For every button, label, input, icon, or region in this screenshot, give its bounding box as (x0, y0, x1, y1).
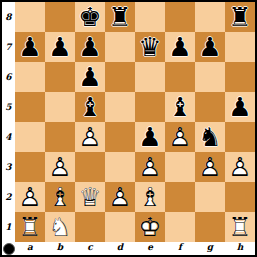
piece-glyph: ♙︎ (195, 154, 225, 180)
square-g3[interactable]: ♟︎♙︎ (195, 152, 225, 182)
piece-glyph: ♜︎ (225, 4, 255, 30)
piece-fill: ♚︎ (135, 214, 165, 240)
piece-glyph: ♙︎ (45, 154, 75, 180)
piece-white-queen[interactable]: ♛︎♕︎ (75, 182, 105, 212)
square-e6[interactable] (135, 62, 165, 92)
square-b2[interactable]: ♝︎♗︎ (45, 182, 75, 212)
piece-black-pawn[interactable]: ♟︎ (75, 32, 105, 62)
square-h5[interactable]: ♟︎ (225, 92, 255, 122)
piece-black-pawn[interactable]: ♟︎ (195, 32, 225, 62)
piece-glyph: ♚︎ (75, 4, 105, 30)
piece-glyph: ♗︎ (45, 184, 75, 210)
piece-fill: ♜︎ (15, 214, 45, 240)
piece-black-bishop[interactable]: ♝︎ (165, 92, 195, 122)
rank-label-2: 2 (2, 182, 15, 212)
piece-black-king[interactable]: ♚︎ (75, 2, 105, 32)
rank-label-5: 5 (2, 92, 15, 122)
piece-white-pawn[interactable]: ♟︎♙︎ (165, 122, 195, 152)
square-a5[interactable] (15, 92, 45, 122)
rank-label-7: 7 (2, 32, 15, 62)
piece-black-knight[interactable]: ♞︎ (195, 122, 225, 152)
square-f2[interactable] (165, 182, 195, 212)
piece-black-pawn[interactable]: ♟︎ (225, 92, 255, 122)
piece-glyph: ♝︎ (75, 94, 105, 120)
piece-white-pawn[interactable]: ♟︎♙︎ (15, 182, 45, 212)
square-d5[interactable] (105, 92, 135, 122)
square-g7[interactable]: ♟︎ (195, 32, 225, 62)
square-h1[interactable]: ♜︎♖︎ (225, 212, 255, 242)
square-e1[interactable]: ♚︎♔︎ (135, 212, 165, 242)
square-b8[interactable] (45, 2, 75, 32)
square-a2[interactable]: ♟︎♙︎ (15, 182, 45, 212)
square-e5[interactable] (135, 92, 165, 122)
piece-black-pawn[interactable]: ♟︎ (15, 32, 45, 62)
piece-fill: ♛︎ (75, 184, 105, 210)
square-b6[interactable] (45, 62, 75, 92)
piece-white-king[interactable]: ♚︎♔︎ (135, 212, 165, 242)
square-h7[interactable] (225, 32, 255, 62)
square-b5[interactable] (45, 92, 75, 122)
piece-glyph: ♟︎ (45, 34, 75, 60)
file-label-a: a (15, 242, 45, 255)
square-c1[interactable] (75, 212, 105, 242)
square-c8[interactable]: ♚︎ (75, 2, 105, 32)
piece-white-rook[interactable]: ♜︎♖︎ (15, 212, 45, 242)
piece-fill: ♝︎ (45, 184, 75, 210)
piece-black-rook[interactable]: ♜︎ (225, 2, 255, 32)
file-label-c: c (75, 242, 105, 255)
piece-white-bishop[interactable]: ♝︎♗︎ (135, 182, 165, 212)
square-f3[interactable] (165, 152, 195, 182)
piece-glyph: ♖︎ (225, 214, 255, 240)
square-a8[interactable] (15, 2, 45, 32)
piece-black-pawn[interactable]: ♟︎ (45, 32, 75, 62)
square-a3[interactable] (15, 152, 45, 182)
piece-glyph: ♟︎ (165, 34, 195, 60)
piece-fill: ♟︎ (15, 184, 45, 210)
piece-fill: ♟︎ (165, 124, 195, 150)
square-g1[interactable] (195, 212, 225, 242)
board-corner (2, 242, 15, 255)
file-label-e: e (135, 242, 165, 255)
square-f1[interactable] (165, 212, 195, 242)
square-g2[interactable] (195, 182, 225, 212)
file-label-b: b (45, 242, 75, 255)
square-c5[interactable]: ♝︎ (75, 92, 105, 122)
chess-diagram: 87654321 ♚︎♜︎♜︎♟︎♟︎♟︎♛︎♟︎♟︎♟︎♝︎♝︎♟︎♟︎♙︎♟… (0, 0, 257, 257)
square-d8[interactable]: ♜︎ (105, 2, 135, 32)
square-f6[interactable] (165, 62, 195, 92)
file-label-d: d (105, 242, 135, 255)
piece-glyph: ♟︎ (195, 34, 225, 60)
piece-glyph: ♛︎ (135, 34, 165, 60)
piece-fill: ♟︎ (225, 154, 255, 180)
piece-fill: ♞︎ (45, 214, 75, 240)
piece-fill: ♟︎ (105, 184, 135, 210)
square-c3[interactable] (75, 152, 105, 182)
piece-glyph: ♙︎ (105, 184, 135, 210)
piece-fill: ♟︎ (135, 154, 165, 180)
rank-label-4: 4 (2, 122, 15, 152)
piece-black-pawn[interactable]: ♟︎ (135, 122, 165, 152)
rank-label-8: 8 (2, 2, 15, 32)
square-d3[interactable] (105, 152, 135, 182)
square-d1[interactable] (105, 212, 135, 242)
piece-glyph: ♟︎ (225, 94, 255, 120)
piece-white-pawn[interactable]: ♟︎♙︎ (195, 152, 225, 182)
file-labels: abcdefgh (15, 242, 255, 255)
piece-black-rook[interactable]: ♜︎ (105, 2, 135, 32)
piece-fill: ♝︎ (135, 184, 165, 210)
piece-fill: ♟︎ (45, 154, 75, 180)
square-d4[interactable] (105, 122, 135, 152)
piece-fill: ♟︎ (195, 154, 225, 180)
piece-glyph: ♟︎ (75, 64, 105, 90)
rank-label-3: 3 (2, 152, 15, 182)
file-label-h: h (225, 242, 255, 255)
square-e4[interactable]: ♟︎ (135, 122, 165, 152)
square-f5[interactable]: ♝︎ (165, 92, 195, 122)
square-a1[interactable]: ♜︎♖︎ (15, 212, 45, 242)
piece-glyph: ♔︎ (135, 214, 165, 240)
piece-fill: ♟︎ (75, 124, 105, 150)
square-a7[interactable]: ♟︎ (15, 32, 45, 62)
rank-label-1: 1 (2, 212, 15, 242)
piece-white-knight[interactable]: ♞︎♘︎ (45, 212, 75, 242)
piece-glyph: ♙︎ (135, 154, 165, 180)
square-c2[interactable]: ♛︎♕︎ (75, 182, 105, 212)
square-a4[interactable] (15, 122, 45, 152)
square-f4[interactable]: ♟︎♙︎ (165, 122, 195, 152)
piece-glyph: ♙︎ (225, 154, 255, 180)
piece-glyph: ♟︎ (15, 34, 45, 60)
piece-glyph: ♟︎ (75, 34, 105, 60)
square-b3[interactable]: ♟︎♙︎ (45, 152, 75, 182)
piece-white-pawn[interactable]: ♟︎♙︎ (75, 122, 105, 152)
piece-fill: ♜︎ (225, 214, 255, 240)
piece-glyph: ♜︎ (105, 4, 135, 30)
square-g5[interactable] (195, 92, 225, 122)
square-a6[interactable] (15, 62, 45, 92)
square-h4[interactable] (225, 122, 255, 152)
square-c6[interactable]: ♟︎ (75, 62, 105, 92)
black-to-move-indicator (3, 243, 15, 255)
piece-glyph: ♙︎ (165, 124, 195, 150)
square-e2[interactable]: ♝︎♗︎ (135, 182, 165, 212)
rank-label-6: 6 (2, 62, 15, 92)
rank-labels: 87654321 (2, 2, 15, 242)
square-h3[interactable]: ♟︎♙︎ (225, 152, 255, 182)
square-f8[interactable] (165, 2, 195, 32)
file-label-g: g (195, 242, 225, 255)
piece-white-pawn[interactable]: ♟︎♙︎ (105, 182, 135, 212)
square-h2[interactable] (225, 182, 255, 212)
piece-glyph: ♙︎ (15, 184, 45, 210)
square-h6[interactable] (225, 62, 255, 92)
square-e7[interactable]: ♛︎ (135, 32, 165, 62)
square-e3[interactable]: ♟︎♙︎ (135, 152, 165, 182)
file-label-f: f (165, 242, 195, 255)
piece-glyph: ♕︎ (75, 184, 105, 210)
chess-board: ♚︎♜︎♜︎♟︎♟︎♟︎♛︎♟︎♟︎♟︎♝︎♝︎♟︎♟︎♙︎♟︎♟︎♙︎♞︎♟︎… (15, 2, 255, 242)
piece-black-pawn[interactable]: ♟︎ (75, 62, 105, 92)
piece-black-bishop[interactable]: ♝︎ (75, 92, 105, 122)
square-f7[interactable]: ♟︎ (165, 32, 195, 62)
piece-glyph: ♟︎ (135, 124, 165, 150)
square-c4[interactable]: ♟︎♙︎ (75, 122, 105, 152)
piece-glyph: ♘︎ (45, 214, 75, 240)
square-g8[interactable] (195, 2, 225, 32)
piece-white-pawn[interactable]: ♟︎♙︎ (45, 152, 75, 182)
piece-glyph: ♙︎ (75, 124, 105, 150)
piece-glyph: ♗︎ (135, 184, 165, 210)
piece-glyph: ♝︎ (165, 94, 195, 120)
square-e8[interactable] (135, 2, 165, 32)
square-d2[interactable]: ♟︎♙︎ (105, 182, 135, 212)
piece-black-queen[interactable]: ♛︎ (135, 32, 165, 62)
square-g4[interactable]: ♞︎ (195, 122, 225, 152)
square-h8[interactable]: ♜︎ (225, 2, 255, 32)
square-d7[interactable] (105, 32, 135, 62)
piece-white-rook[interactable]: ♜︎♖︎ (225, 212, 255, 242)
square-b1[interactable]: ♞︎♘︎ (45, 212, 75, 242)
square-g6[interactable] (195, 62, 225, 92)
piece-white-pawn[interactable]: ♟︎♙︎ (225, 152, 255, 182)
square-b4[interactable] (45, 122, 75, 152)
piece-white-bishop[interactable]: ♝︎♗︎ (45, 182, 75, 212)
square-c7[interactable]: ♟︎ (75, 32, 105, 62)
square-b7[interactable]: ♟︎ (45, 32, 75, 62)
square-d6[interactable] (105, 62, 135, 92)
piece-white-pawn[interactable]: ♟︎♙︎ (135, 152, 165, 182)
piece-black-pawn[interactable]: ♟︎ (165, 32, 195, 62)
piece-glyph: ♖︎ (15, 214, 45, 240)
piece-glyph: ♞︎ (195, 124, 225, 150)
